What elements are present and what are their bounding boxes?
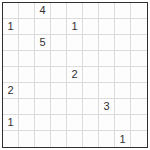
- cell-r6c9[interactable]: [131, 83, 147, 99]
- cell-r7c5[interactable]: [67, 99, 83, 115]
- cell-r1c8[interactable]: [115, 3, 131, 19]
- cell-r2c6[interactable]: [83, 19, 99, 35]
- cell-r7c4[interactable]: [51, 99, 67, 115]
- cell-r4c1[interactable]: [3, 51, 19, 67]
- cell-r5c6[interactable]: [83, 67, 99, 83]
- cell-r8c9[interactable]: [131, 115, 147, 131]
- cell-r8c5[interactable]: [67, 115, 83, 131]
- cell-r4c2[interactable]: [19, 51, 35, 67]
- cell-r5c8[interactable]: [115, 67, 131, 83]
- cell-r5c2[interactable]: [19, 67, 35, 83]
- cell-r9c7[interactable]: [99, 131, 115, 147]
- cell-r7c9[interactable]: [131, 99, 147, 115]
- cell-r6c4[interactable]: [51, 83, 67, 99]
- cell-r9c6[interactable]: [83, 131, 99, 147]
- cell-r9c4[interactable]: [51, 131, 67, 147]
- cell-r2c5: 1: [67, 19, 83, 35]
- cell-r8c4[interactable]: [51, 115, 67, 131]
- cell-r6c5[interactable]: [67, 83, 83, 99]
- cell-r9c2[interactable]: [19, 131, 35, 147]
- cell-r5c7[interactable]: [99, 67, 115, 83]
- cell-r8c7[interactable]: [99, 115, 115, 131]
- cell-r9c1[interactable]: [3, 131, 19, 147]
- cell-r2c8[interactable]: [115, 19, 131, 35]
- cell-r7c1[interactable]: [3, 99, 19, 115]
- cell-r4c4[interactable]: [51, 51, 67, 67]
- cell-r6c3[interactable]: [35, 83, 51, 99]
- cell-r6c7[interactable]: [99, 83, 115, 99]
- cell-r2c2[interactable]: [19, 19, 35, 35]
- cell-r1c9[interactable]: [131, 3, 147, 19]
- cell-r2c3[interactable]: [35, 19, 51, 35]
- cell-r9c9[interactable]: [131, 131, 147, 147]
- cell-r1c6[interactable]: [83, 3, 99, 19]
- cell-r3c1[interactable]: [3, 35, 19, 51]
- cell-r1c5[interactable]: [67, 3, 83, 19]
- cell-r2c9[interactable]: [131, 19, 147, 35]
- cell-r3c5[interactable]: [67, 35, 83, 51]
- cell-r4c6[interactable]: [83, 51, 99, 67]
- cell-r8c6[interactable]: [83, 115, 99, 131]
- cell-r8c3[interactable]: [35, 115, 51, 131]
- cell-r2c1: 1: [3, 19, 19, 35]
- cell-r1c4[interactable]: [51, 3, 67, 19]
- cell-r4c7[interactable]: [99, 51, 115, 67]
- cell-r6c6[interactable]: [83, 83, 99, 99]
- cell-r7c7: 3: [99, 99, 115, 115]
- cell-r1c7[interactable]: [99, 3, 115, 19]
- cell-r1c3: 4: [35, 3, 51, 19]
- cell-r9c8: 1: [115, 131, 131, 147]
- cell-r3c2[interactable]: [19, 35, 35, 51]
- cell-r4c5[interactable]: [67, 51, 83, 67]
- cell-r8c2[interactable]: [19, 115, 35, 131]
- puzzle-board: 411522311: [2, 2, 148, 148]
- cell-r5c1[interactable]: [3, 67, 19, 83]
- cell-r7c2[interactable]: [19, 99, 35, 115]
- cell-r6c8[interactable]: [115, 83, 131, 99]
- cell-r9c3[interactable]: [35, 131, 51, 147]
- cell-r5c4[interactable]: [51, 67, 67, 83]
- cell-r4c9[interactable]: [131, 51, 147, 67]
- cell-r7c8[interactable]: [115, 99, 131, 115]
- cell-r1c2[interactable]: [19, 3, 35, 19]
- cell-r6c2[interactable]: [19, 83, 35, 99]
- cell-r3c4[interactable]: [51, 35, 67, 51]
- cell-r5c9[interactable]: [131, 67, 147, 83]
- cell-r1c1[interactable]: [3, 3, 19, 19]
- cell-r4c8[interactable]: [115, 51, 131, 67]
- cell-r6c1: 2: [3, 83, 19, 99]
- cell-r3c6[interactable]: [83, 35, 99, 51]
- cell-r8c8[interactable]: [115, 115, 131, 131]
- cell-r3c9[interactable]: [131, 35, 147, 51]
- cell-r4c3[interactable]: [35, 51, 51, 67]
- cell-r8c1: 1: [3, 115, 19, 131]
- cell-r7c3[interactable]: [35, 99, 51, 115]
- cell-r3c3: 5: [35, 35, 51, 51]
- cell-r3c7[interactable]: [99, 35, 115, 51]
- cell-r3c8[interactable]: [115, 35, 131, 51]
- cell-r5c5: 2: [67, 67, 83, 83]
- cell-r9c5[interactable]: [67, 131, 83, 147]
- cell-r2c4[interactable]: [51, 19, 67, 35]
- cell-r2c7[interactable]: [99, 19, 115, 35]
- cell-r5c3[interactable]: [35, 67, 51, 83]
- cell-r7c6[interactable]: [83, 99, 99, 115]
